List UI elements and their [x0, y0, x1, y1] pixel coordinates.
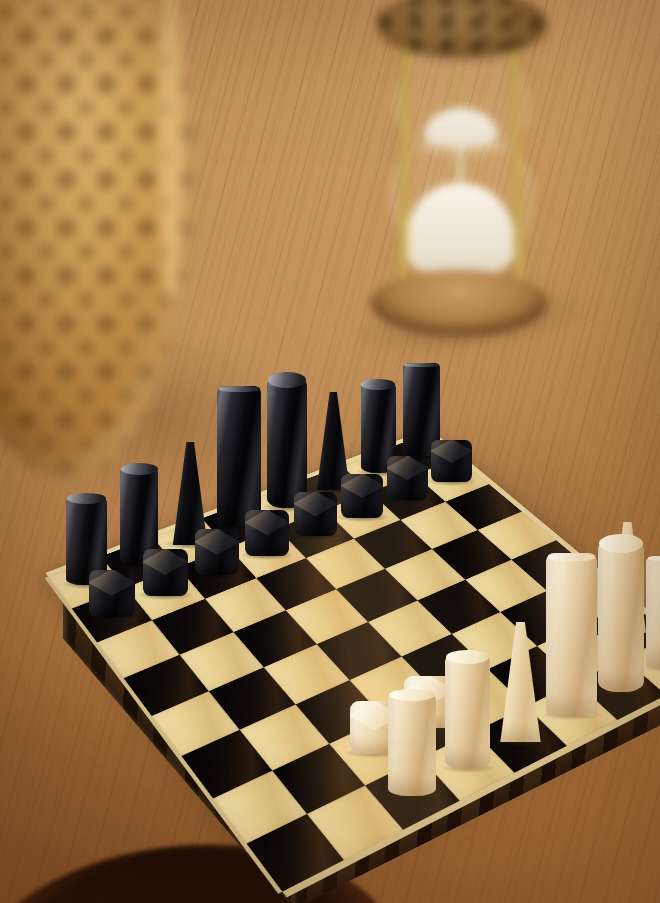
- hourglass-bottom-disc: [371, 270, 547, 336]
- photo-scene: Angled photo of a decorative black and i…: [0, 0, 660, 903]
- hourglass: [355, 0, 570, 346]
- hourglass-lower-sand: [404, 183, 516, 279]
- hourglass-lower-bulb: [392, 144, 532, 286]
- vase-rim-highlight: [159, 0, 183, 301]
- hourglass-upper-sand: [424, 108, 498, 148]
